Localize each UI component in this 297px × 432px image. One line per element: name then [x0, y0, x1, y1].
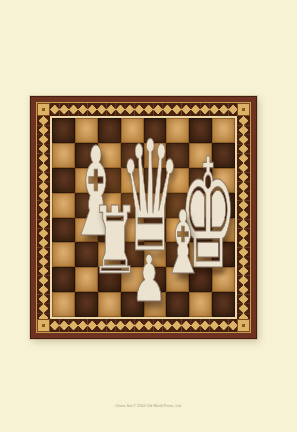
- board-square: [121, 242, 144, 267]
- board-square: [121, 118, 144, 143]
- board-square: [144, 168, 167, 193]
- board-square: [144, 143, 167, 168]
- board-square: [166, 193, 189, 218]
- board-square: [52, 218, 75, 243]
- board-square: [75, 193, 98, 218]
- framed-chess-artwork: ♝♛♚♜♝♟: [30, 96, 257, 339]
- board-square: [212, 292, 235, 317]
- board-square: [166, 267, 189, 292]
- board-square: [75, 168, 98, 193]
- board-square: [121, 143, 144, 168]
- diamond-border-top: [50, 103, 237, 116]
- board-square: [121, 218, 144, 243]
- diamond-border-corner: [237, 103, 250, 116]
- board-square: [144, 193, 167, 218]
- board-square: [212, 193, 235, 218]
- board-square: [121, 193, 144, 218]
- board-square: [75, 242, 98, 267]
- board-square: [212, 118, 235, 143]
- board-square: [166, 242, 189, 267]
- board-square: [98, 193, 121, 218]
- board-square: [98, 218, 121, 243]
- board-square: [52, 168, 75, 193]
- board-square: [52, 242, 75, 267]
- board-square: [212, 143, 235, 168]
- board-square: [75, 218, 98, 243]
- board-square: [189, 267, 212, 292]
- board-square: [189, 218, 212, 243]
- board-square: [166, 218, 189, 243]
- board-square: [75, 143, 98, 168]
- diamond-border-left: [37, 116, 50, 319]
- board-square: [52, 143, 75, 168]
- board-square: [52, 267, 75, 292]
- board-square: [98, 168, 121, 193]
- board-square: [189, 193, 212, 218]
- board-square: [98, 242, 121, 267]
- checkerboard: [50, 116, 237, 319]
- board-square: [52, 193, 75, 218]
- board-square: [212, 168, 235, 193]
- board-square: [98, 143, 121, 168]
- board-square: [189, 143, 212, 168]
- board-square: [189, 118, 212, 143]
- board-square: [144, 118, 167, 143]
- board-square: [144, 218, 167, 243]
- board-square: [189, 168, 212, 193]
- board-square: [212, 267, 235, 292]
- board-square: [166, 292, 189, 317]
- board-square: [52, 118, 75, 143]
- board-square: [144, 242, 167, 267]
- diamond-border-corner: [237, 319, 250, 332]
- board-square: [166, 168, 189, 193]
- board-square: [121, 267, 144, 292]
- diamond-border-corner: [37, 319, 50, 332]
- board-square: [189, 242, 212, 267]
- board-square: [212, 242, 235, 267]
- diamond-border-corner: [37, 103, 50, 116]
- board-square: [98, 118, 121, 143]
- board-square: [166, 143, 189, 168]
- board-square: [189, 292, 212, 317]
- diamond-border-bottom: [50, 319, 237, 332]
- board-square: [75, 292, 98, 317]
- board-square: [75, 118, 98, 143]
- diamond-border-right: [237, 116, 250, 319]
- board-square: [144, 292, 167, 317]
- board-square: [166, 118, 189, 143]
- board-square: [52, 292, 75, 317]
- board-square: [121, 168, 144, 193]
- board-square: [98, 292, 121, 317]
- board-square: [75, 267, 98, 292]
- board-square: [121, 292, 144, 317]
- board-square: [212, 218, 235, 243]
- board-square: [98, 267, 121, 292]
- print-caption: Chess Set © 2003 Old World Prints, Ltd.: [74, 404, 223, 408]
- board-square: [144, 267, 167, 292]
